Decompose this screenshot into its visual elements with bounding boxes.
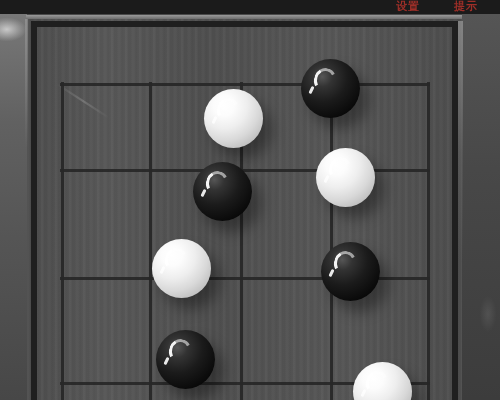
stone-glint-dot-icon [200, 188, 206, 197]
stone-white [152, 239, 211, 298]
stone-black [193, 162, 252, 221]
menu-item-settings[interactable]: 设置 [396, 0, 420, 13]
stone-glint-icon [363, 368, 391, 397]
stone-glint-dot-icon [163, 356, 169, 365]
stone-glint-icon [203, 168, 231, 197]
stone-glint-icon [214, 95, 242, 124]
stone-white [204, 89, 263, 148]
stone-black [321, 242, 380, 301]
stone-glint-dot-icon [211, 115, 217, 124]
stone-glint-icon [166, 336, 194, 365]
stone-glint-icon [311, 65, 339, 94]
stone-black [156, 330, 215, 389]
stone-black [301, 59, 360, 118]
stone-white [316, 148, 375, 207]
stone-glint-dot-icon [159, 265, 165, 274]
stone-glint-icon [162, 245, 190, 274]
menu-item-hint[interactable]: 提示 [454, 0, 478, 13]
stone-glint-dot-icon [323, 174, 329, 183]
stone-layer [0, 0, 500, 400]
menu-bar: 设置 提示 [0, 0, 500, 14]
stone-glint-icon [326, 154, 354, 183]
stone-glint-dot-icon [328, 268, 334, 277]
stone-glint-dot-icon [308, 85, 314, 94]
stone-glint-dot-icon [360, 388, 366, 397]
stone-white [353, 362, 412, 400]
stone-glint-icon [331, 248, 359, 277]
app-window: 设置 提示 [0, 0, 500, 400]
